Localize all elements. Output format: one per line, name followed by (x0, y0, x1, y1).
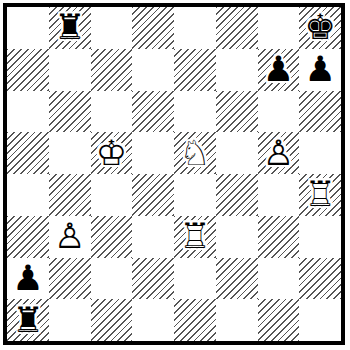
square-g8[interactable] (258, 7, 300, 49)
square-d4[interactable] (132, 174, 174, 216)
square-c2[interactable] (91, 258, 133, 300)
square-a8[interactable] (7, 7, 49, 49)
square-d8[interactable] (132, 7, 174, 49)
square-d1[interactable] (132, 299, 174, 341)
square-g1[interactable] (258, 299, 300, 341)
square-g2[interactable] (258, 258, 300, 300)
square-a5[interactable] (7, 132, 49, 174)
square-e2[interactable] (174, 258, 216, 300)
square-d6[interactable] (132, 91, 174, 133)
square-a7[interactable] (7, 49, 49, 91)
chess-diagram: ♜♚♟♟♔♘♙♖♙♖♟♜ (0, 0, 350, 350)
piece-white-rook[interactable]: ♖ (174, 216, 215, 257)
square-e1[interactable] (174, 299, 216, 341)
piece-black-king[interactable]: ♚ (300, 7, 341, 48)
piece-black-rook[interactable]: ♜ (49, 7, 90, 48)
square-c8[interactable] (91, 7, 133, 49)
square-e5[interactable]: ♘ (174, 132, 216, 174)
piece-white-king[interactable]: ♔ (91, 133, 132, 174)
square-f6[interactable] (216, 91, 258, 133)
square-h6[interactable] (299, 91, 341, 133)
square-d2[interactable] (132, 258, 174, 300)
piece-white-rook[interactable]: ♖ (300, 174, 341, 215)
square-g6[interactable] (258, 91, 300, 133)
square-a4[interactable] (7, 174, 49, 216)
square-c1[interactable] (91, 299, 133, 341)
square-b5[interactable] (49, 132, 91, 174)
square-c4[interactable] (91, 174, 133, 216)
square-g4[interactable] (258, 174, 300, 216)
square-g5[interactable]: ♙ (258, 132, 300, 174)
square-b3[interactable]: ♙ (49, 216, 91, 258)
square-e4[interactable] (174, 174, 216, 216)
square-e6[interactable] (174, 91, 216, 133)
piece-black-pawn[interactable]: ♟ (7, 258, 48, 299)
square-d3[interactable] (132, 216, 174, 258)
piece-black-pawn[interactable]: ♟ (258, 49, 299, 90)
board-grid: ♜♚♟♟♔♘♙♖♙♖♟♜ (7, 7, 341, 341)
piece-white-pawn[interactable]: ♙ (49, 216, 90, 257)
square-d5[interactable] (132, 132, 174, 174)
square-a1[interactable]: ♜ (7, 299, 49, 341)
square-f4[interactable] (216, 174, 258, 216)
piece-black-pawn[interactable]: ♟ (300, 49, 341, 90)
square-c5[interactable]: ♔ (91, 132, 133, 174)
square-g7[interactable]: ♟ (258, 49, 300, 91)
square-e3[interactable]: ♖ (174, 216, 216, 258)
square-h2[interactable] (299, 258, 341, 300)
square-d7[interactable] (132, 49, 174, 91)
square-h5[interactable] (299, 132, 341, 174)
square-e8[interactable] (174, 7, 216, 49)
square-c6[interactable] (91, 91, 133, 133)
square-c7[interactable] (91, 49, 133, 91)
square-f7[interactable] (216, 49, 258, 91)
square-g3[interactable] (258, 216, 300, 258)
square-f8[interactable] (216, 7, 258, 49)
square-f1[interactable] (216, 299, 258, 341)
square-c3[interactable] (91, 216, 133, 258)
square-h4[interactable]: ♖ (299, 174, 341, 216)
square-f3[interactable] (216, 216, 258, 258)
piece-black-rook[interactable]: ♜ (7, 300, 48, 341)
square-h3[interactable] (299, 216, 341, 258)
square-f2[interactable] (216, 258, 258, 300)
square-e7[interactable] (174, 49, 216, 91)
square-a2[interactable]: ♟ (7, 258, 49, 300)
square-b4[interactable] (49, 174, 91, 216)
square-h7[interactable]: ♟ (299, 49, 341, 91)
square-b7[interactable] (49, 49, 91, 91)
square-f5[interactable] (216, 132, 258, 174)
square-h8[interactable]: ♚ (299, 7, 341, 49)
piece-white-pawn[interactable]: ♙ (258, 133, 299, 174)
piece-white-knight[interactable]: ♘ (174, 133, 215, 174)
square-a3[interactable] (7, 216, 49, 258)
square-b1[interactable] (49, 299, 91, 341)
square-a6[interactable] (7, 91, 49, 133)
square-b6[interactable] (49, 91, 91, 133)
square-b2[interactable] (49, 258, 91, 300)
chess-board: ♜♚♟♟♔♘♙♖♙♖♟♜ (3, 3, 345, 345)
square-b8[interactable]: ♜ (49, 7, 91, 49)
square-h1[interactable] (299, 299, 341, 341)
